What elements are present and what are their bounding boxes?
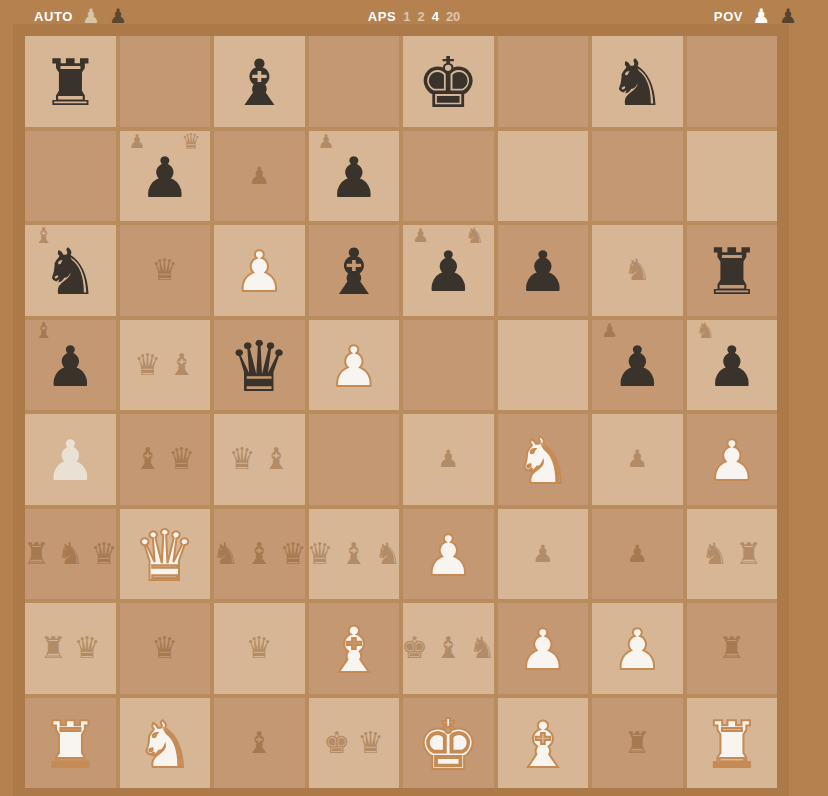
ghost-king-icon: ♚ xyxy=(323,728,350,758)
piece-black-bishop[interactable]: ♝ xyxy=(325,240,382,304)
ghost-queen-icon: ♛ xyxy=(91,539,118,569)
piece-black-queen[interactable]: ♛ xyxy=(228,332,291,402)
auto-label: AUTO xyxy=(34,9,73,24)
square-a3[interactable]: ♜♞♛ xyxy=(25,509,116,600)
ghost-queen-icon: ♛ xyxy=(357,728,384,758)
square-g1[interactable]: ♜ xyxy=(592,698,683,789)
square-h4[interactable]: ♟ xyxy=(687,414,778,505)
piece-black-king[interactable]: ♚ xyxy=(417,48,480,118)
piece-white-pawn[interactable]: ♟ xyxy=(45,433,95,489)
pov-controls: POV ♟ ♟ xyxy=(714,0,797,32)
move-hints-d1: ♚♛ xyxy=(309,698,400,789)
ghost-queen-icon: ♛ xyxy=(229,444,256,474)
ghost-bishop-icon: ♝ xyxy=(435,633,462,663)
move-hints-d3: ♛♝♞ xyxy=(309,509,400,600)
piece-white-queen[interactable]: ♛ xyxy=(133,521,196,591)
square-h7[interactable] xyxy=(687,131,778,222)
square-c5[interactable]: ♛ xyxy=(214,320,305,411)
square-e1[interactable]: ♚ xyxy=(403,698,494,789)
square-a2[interactable]: ♜♛ xyxy=(25,603,116,694)
piece-black-rook[interactable]: ♜ xyxy=(42,51,99,115)
square-a1[interactable]: ♜ xyxy=(25,698,116,789)
square-d5[interactable]: ♟ xyxy=(309,320,400,411)
piece-white-rook[interactable]: ♜ xyxy=(703,713,760,777)
move-hints-c4: ♛♝ xyxy=(214,414,305,505)
square-d4[interactable] xyxy=(309,414,400,505)
move-hints-g1: ♜ xyxy=(592,698,683,789)
move-hints-e2: ♚♝♞ xyxy=(403,603,494,694)
piece-white-pawn[interactable]: ♟ xyxy=(423,528,473,584)
piece-white-pawn[interactable]: ♟ xyxy=(329,339,379,395)
square-c3[interactable]: ♞♝♛ xyxy=(214,509,305,600)
move-hints-b2: ♛ xyxy=(120,603,211,694)
square-h2[interactable]: ♜ xyxy=(687,603,778,694)
ghost-queen-icon: ♛ xyxy=(151,255,178,285)
square-d2[interactable]: ♝ xyxy=(309,603,400,694)
square-f5[interactable] xyxy=(498,320,589,411)
auto-black-pawn-icon[interactable]: ♟ xyxy=(109,6,127,26)
square-e8[interactable]: ♚ xyxy=(403,36,494,127)
ghost-pawn-icon: ♟ xyxy=(626,447,648,471)
square-b6[interactable]: ♛ xyxy=(120,225,211,316)
ghost-knight-icon: ♞ xyxy=(469,633,496,663)
piece-white-pawn[interactable]: ♟ xyxy=(707,433,757,489)
piece-white-rook[interactable]: ♜ xyxy=(42,713,99,777)
piece-black-rook[interactable]: ♜ xyxy=(703,240,760,304)
ghost-queen-icon: ♛ xyxy=(280,539,307,569)
piece-white-pawn[interactable]: ♟ xyxy=(612,622,662,678)
aps-option-20[interactable]: 20 xyxy=(446,9,460,24)
piece-white-pawn[interactable]: ♟ xyxy=(234,244,284,300)
ghost-rook-icon: ♜ xyxy=(23,539,50,569)
square-a7[interactable] xyxy=(25,131,116,222)
ghost-queen-icon: ♛ xyxy=(168,444,195,474)
square-g6[interactable]: ♞ xyxy=(592,225,683,316)
square-d6[interactable]: ♝ xyxy=(309,225,400,316)
square-f6[interactable]: ♟ xyxy=(498,225,589,316)
ghost-bishop-icon: ♝ xyxy=(246,728,273,758)
square-c2[interactable]: ♛ xyxy=(214,603,305,694)
ghost-queen-icon: ♛ xyxy=(74,633,101,663)
square-h6[interactable]: ♜ xyxy=(687,225,778,316)
ghost-queen-icon: ♛ xyxy=(246,633,273,663)
square-d1[interactable]: ♚♛ xyxy=(309,698,400,789)
move-hints-h2: ♜ xyxy=(687,603,778,694)
ghost-pawn-icon: ♟ xyxy=(248,164,270,188)
aps-controls: APS 1 2 4 20 xyxy=(368,0,461,32)
square-b7[interactable]: ♟♛♟ xyxy=(120,131,211,222)
square-c4[interactable]: ♛♝ xyxy=(214,414,305,505)
ghost-bishop-icon: ♝ xyxy=(168,350,195,380)
ghost-pawn-icon: ♟ xyxy=(626,542,648,566)
piece-white-knight[interactable]: ♞ xyxy=(136,713,193,777)
piece-black-pawn[interactable]: ♟ xyxy=(612,339,662,395)
square-g2[interactable]: ♟ xyxy=(592,603,683,694)
piece-black-knight[interactable]: ♞ xyxy=(42,240,99,304)
piece-black-knight[interactable]: ♞ xyxy=(609,51,666,115)
move-hints-b4: ♝♛ xyxy=(120,414,211,505)
square-b2[interactable]: ♛ xyxy=(120,603,211,694)
square-b8[interactable] xyxy=(120,36,211,127)
ghost-bishop-icon: ♝ xyxy=(263,444,290,474)
chess-board: ♜♝♚♞♟♛♟♟♟♟♝♞♛♟♝♟♞♟♟♞♜♝♟♛♝♛♟♟♟♞♟♟♝♛♛♝♟♞♟♟… xyxy=(25,36,777,788)
aps-option-2[interactable]: 2 xyxy=(417,9,424,24)
piece-black-pawn[interactable]: ♟ xyxy=(518,244,568,300)
move-hints-f3: ♟ xyxy=(498,509,589,600)
top-bar: AUTO ♟ ♟ APS 1 2 4 20 POV ♟ ♟ xyxy=(0,0,828,32)
move-hints-c2: ♛ xyxy=(214,603,305,694)
ghost-queen-icon: ♛ xyxy=(151,633,178,663)
move-hints-h3: ♞♜ xyxy=(687,509,778,600)
move-hints-a3: ♜♞♛ xyxy=(25,509,116,600)
square-b3[interactable]: ♛ xyxy=(120,509,211,600)
square-b5[interactable]: ♛♝ xyxy=(120,320,211,411)
ghost-queen-icon: ♛ xyxy=(134,350,161,380)
square-g3[interactable]: ♟ xyxy=(592,509,683,600)
square-e5[interactable] xyxy=(403,320,494,411)
square-e4[interactable]: ♟ xyxy=(403,414,494,505)
ghost-knight-icon: ♞ xyxy=(212,539,239,569)
square-a4[interactable]: ♟ xyxy=(25,414,116,505)
square-a6[interactable]: ♝♞ xyxy=(25,225,116,316)
ghost-knight-icon: ♞ xyxy=(374,539,401,569)
square-f4[interactable]: ♞ xyxy=(498,414,589,505)
square-f1[interactable]: ♝ xyxy=(498,698,589,789)
ghost-bishop-icon: ♝ xyxy=(246,539,273,569)
square-d8[interactable] xyxy=(309,36,400,127)
square-c1[interactable]: ♝ xyxy=(214,698,305,789)
piece-black-bishop[interactable]: ♝ xyxy=(231,51,288,115)
square-e7[interactable] xyxy=(403,131,494,222)
piece-black-pawn[interactable]: ♟ xyxy=(329,150,379,206)
square-f3[interactable]: ♟ xyxy=(498,509,589,600)
ghost-pawn-icon: ♟ xyxy=(532,542,554,566)
piece-black-pawn[interactable]: ♟ xyxy=(707,339,757,395)
square-c6[interactable]: ♟ xyxy=(214,225,305,316)
square-f7[interactable] xyxy=(498,131,589,222)
square-g5[interactable]: ♟♟ xyxy=(592,320,683,411)
ghost-knight-icon: ♞ xyxy=(624,255,651,285)
square-f2[interactable]: ♟ xyxy=(498,603,589,694)
piece-white-bishop[interactable]: ♝ xyxy=(514,713,571,777)
square-d3[interactable]: ♛♝♞ xyxy=(309,509,400,600)
square-b1[interactable]: ♞ xyxy=(120,698,211,789)
square-c7[interactable]: ♟ xyxy=(214,131,305,222)
square-e3[interactable]: ♟ xyxy=(403,509,494,600)
piece-white-king[interactable]: ♚ xyxy=(417,710,480,780)
ghost-rook-icon: ♜ xyxy=(624,728,651,758)
piece-black-pawn[interactable]: ♟ xyxy=(45,339,95,395)
ghost-knight-icon: ♞ xyxy=(701,539,728,569)
ghost-rook-icon: ♜ xyxy=(735,539,762,569)
move-hints-g6: ♞ xyxy=(592,225,683,316)
aps-option-4[interactable]: 4 xyxy=(432,9,439,24)
square-b4[interactable]: ♝♛ xyxy=(120,414,211,505)
square-f8[interactable] xyxy=(498,36,589,127)
move-hints-e4: ♟ xyxy=(403,414,494,505)
pov-black-pawn-icon[interactable]: ♟ xyxy=(779,6,797,26)
ghost-knight-icon: ♞ xyxy=(57,539,84,569)
aps-options: 1 2 4 20 xyxy=(403,9,460,24)
piece-white-bishop[interactable]: ♝ xyxy=(325,618,382,682)
move-hints-g3: ♟ xyxy=(592,509,683,600)
square-a5[interactable]: ♝♟ xyxy=(25,320,116,411)
square-g8[interactable]: ♞ xyxy=(592,36,683,127)
square-h3[interactable]: ♞♜ xyxy=(687,509,778,600)
piece-white-pawn[interactable]: ♟ xyxy=(518,622,568,678)
piece-white-knight[interactable]: ♞ xyxy=(514,429,571,493)
square-h5[interactable]: ♞♟ xyxy=(687,320,778,411)
square-a8[interactable]: ♜ xyxy=(25,36,116,127)
move-hints-g4: ♟ xyxy=(592,414,683,505)
move-hints-b6: ♛ xyxy=(120,225,211,316)
ghost-queen-icon: ♛ xyxy=(306,539,333,569)
aps-label: APS xyxy=(368,9,397,24)
square-h1[interactable]: ♜ xyxy=(687,698,778,789)
move-hints-b5: ♛♝ xyxy=(120,320,211,411)
ghost-bishop-icon: ♝ xyxy=(134,444,161,474)
move-hints-c7: ♟ xyxy=(214,131,305,222)
ghost-king-icon: ♚ xyxy=(401,633,428,663)
square-e2[interactable]: ♚♝♞ xyxy=(403,603,494,694)
ghost-rook-icon: ♜ xyxy=(718,633,745,663)
auto-white-pawn-icon[interactable]: ♟ xyxy=(82,6,100,26)
aps-option-1[interactable]: 1 xyxy=(403,9,410,24)
square-d7[interactable]: ♟♟ xyxy=(309,131,400,222)
auto-controls: AUTO ♟ ♟ xyxy=(34,0,127,32)
ghost-bishop-icon: ♝ xyxy=(340,539,367,569)
square-c8[interactable]: ♝ xyxy=(214,36,305,127)
square-g7[interactable] xyxy=(592,131,683,222)
pov-label: POV xyxy=(714,9,743,24)
move-hints-c1: ♝ xyxy=(214,698,305,789)
square-e6[interactable]: ♟♞♟ xyxy=(403,225,494,316)
square-h8[interactable] xyxy=(687,36,778,127)
piece-black-pawn[interactable]: ♟ xyxy=(423,244,473,300)
piece-black-pawn[interactable]: ♟ xyxy=(140,150,190,206)
move-hints-a2: ♜♛ xyxy=(25,603,116,694)
ghost-rook-icon: ♜ xyxy=(40,633,67,663)
ghost-pawn-icon: ♟ xyxy=(437,447,459,471)
move-hints-c3: ♞♝♛ xyxy=(214,509,305,600)
square-g4[interactable]: ♟ xyxy=(592,414,683,505)
pov-white-pawn-icon[interactable]: ♟ xyxy=(752,6,770,26)
